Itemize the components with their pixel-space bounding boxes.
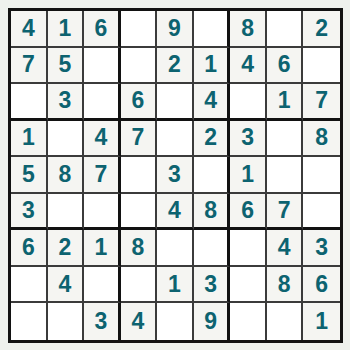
cell-r8c9[interactable]: 6 — [303, 267, 340, 304]
cell-r6c1[interactable]: 3 — [11, 194, 48, 231]
cell-r9c7[interactable] — [230, 303, 267, 340]
cell-r8c4[interactable] — [121, 267, 158, 304]
cell-r7c5[interactable] — [157, 230, 194, 267]
cell-r4c6[interactable]: 2 — [194, 121, 231, 158]
cell-r7c7[interactable] — [230, 230, 267, 267]
cell-r9c2[interactable] — [48, 303, 85, 340]
cell-r2c2[interactable]: 5 — [48, 48, 85, 85]
sudoku-widget: 4169827521463641714723858731348676218434… — [0, 0, 350, 350]
cell-r9c5[interactable] — [157, 303, 194, 340]
cell-r4c7[interactable]: 3 — [230, 121, 267, 158]
cell-r3c4[interactable]: 6 — [121, 84, 158, 121]
cell-r2c4[interactable] — [121, 48, 158, 85]
cell-r9c6[interactable]: 9 — [194, 303, 231, 340]
cell-r4c9[interactable]: 8 — [303, 121, 340, 158]
cell-r1c3[interactable]: 6 — [84, 11, 121, 48]
cell-r2c5[interactable]: 2 — [157, 48, 194, 85]
cell-r1c1[interactable]: 4 — [11, 11, 48, 48]
cell-r9c3[interactable]: 3 — [84, 303, 121, 340]
cell-r7c1[interactable]: 6 — [11, 230, 48, 267]
cell-r8c8[interactable]: 8 — [267, 267, 304, 304]
cell-r3c5[interactable] — [157, 84, 194, 121]
cell-r4c5[interactable] — [157, 121, 194, 158]
cell-r6c4[interactable] — [121, 194, 158, 231]
cell-r9c4[interactable]: 4 — [121, 303, 158, 340]
cell-r5c4[interactable] — [121, 157, 158, 194]
cell-r9c1[interactable] — [11, 303, 48, 340]
cell-r8c2[interactable]: 4 — [48, 267, 85, 304]
cell-r5c1[interactable]: 5 — [11, 157, 48, 194]
cell-r1c6[interactable] — [194, 11, 231, 48]
cell-r4c4[interactable]: 7 — [121, 121, 158, 158]
cell-r2c6[interactable]: 1 — [194, 48, 231, 85]
cell-r3c6[interactable]: 4 — [194, 84, 231, 121]
cell-r1c5[interactable]: 9 — [157, 11, 194, 48]
cell-r6c9[interactable] — [303, 194, 340, 231]
cell-r6c5[interactable]: 4 — [157, 194, 194, 231]
cell-r5c3[interactable]: 7 — [84, 157, 121, 194]
cell-r6c2[interactable] — [48, 194, 85, 231]
cell-r2c8[interactable]: 6 — [267, 48, 304, 85]
cell-r7c9[interactable]: 3 — [303, 230, 340, 267]
cell-r5c7[interactable]: 1 — [230, 157, 267, 194]
cell-r6c7[interactable]: 6 — [230, 194, 267, 231]
cell-r9c8[interactable] — [267, 303, 304, 340]
cell-r3c3[interactable] — [84, 84, 121, 121]
cell-r3c9[interactable]: 7 — [303, 84, 340, 121]
cell-r2c7[interactable]: 4 — [230, 48, 267, 85]
cell-r6c8[interactable]: 7 — [267, 194, 304, 231]
cell-r7c4[interactable]: 8 — [121, 230, 158, 267]
cell-r6c6[interactable]: 8 — [194, 194, 231, 231]
cell-r1c7[interactable]: 8 — [230, 11, 267, 48]
cell-r4c8[interactable] — [267, 121, 304, 158]
cell-r2c1[interactable]: 7 — [11, 48, 48, 85]
cell-r5c5[interactable]: 3 — [157, 157, 194, 194]
cell-r1c9[interactable]: 2 — [303, 11, 340, 48]
cell-r5c9[interactable] — [303, 157, 340, 194]
cell-r5c6[interactable] — [194, 157, 231, 194]
cell-r8c5[interactable]: 1 — [157, 267, 194, 304]
cell-r4c2[interactable] — [48, 121, 85, 158]
sudoku-board: 4169827521463641714723858731348676218434… — [8, 8, 343, 343]
cell-r3c8[interactable]: 1 — [267, 84, 304, 121]
cell-r7c6[interactable] — [194, 230, 231, 267]
cell-r4c1[interactable]: 1 — [11, 121, 48, 158]
cell-r7c8[interactable]: 4 — [267, 230, 304, 267]
cell-r2c3[interactable] — [84, 48, 121, 85]
cell-r1c8[interactable] — [267, 11, 304, 48]
cell-r8c6[interactable]: 3 — [194, 267, 231, 304]
cell-r8c3[interactable] — [84, 267, 121, 304]
cell-r2c9[interactable] — [303, 48, 340, 85]
cell-r7c3[interactable]: 1 — [84, 230, 121, 267]
cell-r4c3[interactable]: 4 — [84, 121, 121, 158]
cell-r1c2[interactable]: 1 — [48, 11, 85, 48]
cell-r3c7[interactable] — [230, 84, 267, 121]
cell-r6c3[interactable] — [84, 194, 121, 231]
cell-r5c2[interactable]: 8 — [48, 157, 85, 194]
cell-r9c9[interactable]: 1 — [303, 303, 340, 340]
cell-r8c1[interactable] — [11, 267, 48, 304]
cell-r3c2[interactable]: 3 — [48, 84, 85, 121]
cell-r1c4[interactable] — [121, 11, 158, 48]
cell-r7c2[interactable]: 2 — [48, 230, 85, 267]
cell-r3c1[interactable] — [11, 84, 48, 121]
cell-r8c7[interactable] — [230, 267, 267, 304]
cell-r5c8[interactable] — [267, 157, 304, 194]
